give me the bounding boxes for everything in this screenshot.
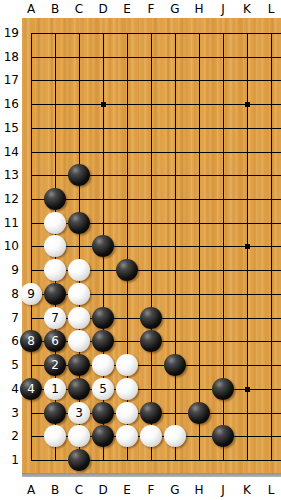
column-label-bottom-H: H [187, 483, 211, 497]
stone-white-B11 [44, 212, 66, 234]
row-label-9: 9 [0, 263, 19, 277]
stone-white-C6 [68, 330, 90, 352]
stone-white-C7 [68, 307, 90, 329]
grid-line-row-19 [31, 33, 281, 34]
stone-white-C2 [68, 425, 90, 447]
grid-line-row-10 [31, 246, 281, 247]
move-9-stone-white-A8: 9 [20, 283, 42, 305]
stone-black-B8 [44, 283, 66, 305]
row-label-15: 15 [0, 121, 19, 135]
move-7-stone-white-B7: 7 [44, 307, 66, 329]
stone-white-G2 [164, 425, 186, 447]
column-label-bottom-C: C [67, 483, 91, 497]
stone-black-G5 [164, 354, 186, 376]
grid-line-col-F [151, 33, 152, 461]
grid-line-row-17 [31, 80, 281, 81]
star-point-K16 [245, 102, 250, 107]
column-label-bottom-E: E [115, 483, 139, 497]
row-label-17: 17 [0, 73, 19, 87]
grid-line-col-H [199, 33, 200, 461]
stone-black-B12 [44, 188, 66, 210]
stone-black-J2 [212, 425, 234, 447]
stone-white-E2 [116, 425, 138, 447]
column-label-top-J: J [211, 2, 235, 16]
row-label-14: 14 [0, 145, 19, 159]
row-label-6: 6 [0, 334, 19, 348]
stone-white-D5 [92, 354, 114, 376]
grid-line-row-16 [31, 104, 281, 105]
column-label-bottom-G: G [163, 483, 187, 497]
column-label-top-B: B [43, 2, 67, 16]
stone-black-D3 [92, 402, 114, 424]
stone-white-B9 [44, 259, 66, 281]
column-label-top-G: G [163, 2, 187, 16]
row-label-1: 1 [0, 453, 19, 467]
stone-black-D6 [92, 330, 114, 352]
stone-black-C4 [68, 378, 90, 400]
stone-black-E9 [116, 259, 138, 281]
row-label-12: 12 [0, 192, 19, 206]
move-4-stone-black-A4: 4 [20, 378, 42, 400]
stone-black-D2 [92, 425, 114, 447]
stone-white-E5 [116, 354, 138, 376]
stone-white-F2 [140, 425, 162, 447]
row-label-16: 16 [0, 97, 19, 111]
column-label-bottom-K: K [235, 483, 259, 497]
stone-black-D7 [92, 307, 114, 329]
grid-line-row-14 [31, 152, 281, 153]
star-point-D16 [101, 102, 106, 107]
stone-white-C8 [68, 283, 90, 305]
column-label-bottom-J: J [211, 483, 235, 497]
column-label-top-K: K [235, 2, 259, 16]
move-8-stone-black-A6: 8 [20, 330, 42, 352]
column-label-top-D: D [91, 2, 115, 16]
column-label-top-A: A [19, 2, 43, 16]
column-label-bottom-B: B [43, 483, 67, 497]
row-label-18: 18 [0, 50, 19, 64]
move-6-stone-black-B6: 6 [44, 330, 66, 352]
row-label-7: 7 [0, 311, 19, 325]
stone-black-C11 [68, 212, 90, 234]
stone-black-C13 [68, 164, 90, 186]
stone-white-E3 [116, 402, 138, 424]
column-label-top-L: L [259, 2, 281, 16]
star-point-K4 [245, 387, 250, 392]
row-label-19: 19 [0, 26, 19, 40]
board-bottom-edge-shadow [22, 473, 281, 477]
column-label-top-C: C [67, 2, 91, 16]
stone-black-F3 [140, 402, 162, 424]
star-point-K10 [245, 244, 250, 249]
move-5-stone-white-D4: 5 [92, 378, 114, 400]
stone-black-F7 [140, 307, 162, 329]
move-1-stone-white-B4: 1 [44, 378, 66, 400]
grid-line-row-12 [31, 199, 281, 200]
row-label-3: 3 [0, 406, 19, 420]
grid-line-row-15 [31, 128, 281, 129]
row-label-10: 10 [0, 239, 19, 253]
stone-black-H3 [188, 402, 210, 424]
column-label-top-E: E [115, 2, 139, 16]
move-3-stone-white-C3: 3 [68, 402, 90, 424]
stone-black-D10 [92, 235, 114, 257]
grid-line-row-18 [31, 57, 281, 58]
row-label-13: 13 [0, 168, 19, 182]
stone-white-E4 [116, 378, 138, 400]
row-label-11: 11 [0, 216, 19, 230]
stone-black-J4 [212, 378, 234, 400]
column-label-top-F: F [139, 2, 163, 16]
grid-line-col-L [271, 33, 272, 461]
stone-black-C5 [68, 354, 90, 376]
row-label-5: 5 [0, 358, 19, 372]
row-label-2: 2 [0, 429, 19, 443]
stone-black-C1 [68, 449, 90, 471]
stone-white-B2 [44, 425, 66, 447]
stone-black-B3 [44, 402, 66, 424]
column-label-bottom-A: A [19, 483, 43, 497]
column-label-bottom-L: L [259, 483, 281, 497]
stone-black-F6 [140, 330, 162, 352]
column-label-bottom-D: D [91, 483, 115, 497]
move-2-stone-black-B5: 2 [44, 354, 66, 376]
go-diagram: AABBCCDDEEFFGGHHJJKKLL191817161514131211… [0, 0, 281, 500]
grid-line-col-G [175, 33, 176, 461]
stone-white-B10 [44, 235, 66, 257]
column-label-top-H: H [187, 2, 211, 16]
row-label-4: 4 [0, 382, 19, 396]
row-label-8: 8 [0, 287, 19, 301]
stone-white-C9 [68, 259, 90, 281]
column-label-bottom-F: F [139, 483, 163, 497]
